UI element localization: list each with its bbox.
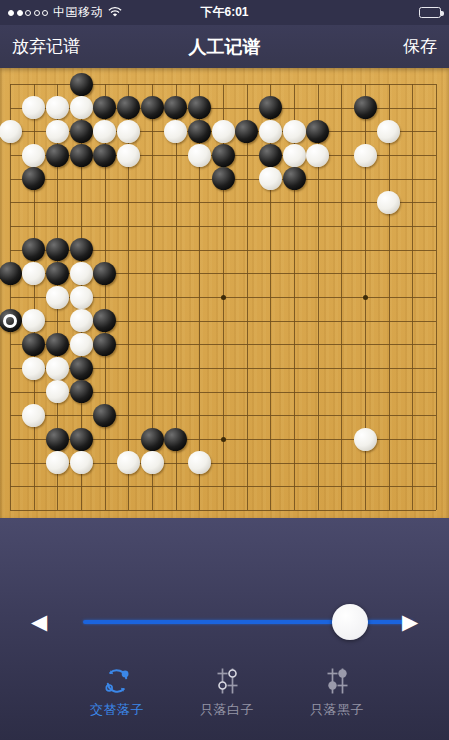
black-stone [235,120,258,143]
black-stone [22,167,45,190]
white-stone [46,120,69,143]
black-stone [46,262,69,285]
white-stone [283,120,306,143]
star-point [221,437,226,442]
white-stone [306,144,329,167]
grid-line-vertical [436,84,437,510]
white-stone [259,167,282,190]
black-stone [70,380,93,403]
white-stone [46,380,69,403]
white-stone [117,120,140,143]
black-stone [0,309,22,332]
next-move-button[interactable]: ▶ [393,600,427,644]
black-stone [70,120,93,143]
signal-strength-icon [8,10,48,16]
black-stone [70,73,93,96]
grid-line-horizontal [10,415,436,416]
white-stone [22,96,45,119]
white-stone [283,144,306,167]
white-stone [117,451,140,474]
black-stone [93,404,116,427]
move-slider-thumb[interactable] [332,604,368,640]
black-stone [212,144,235,167]
mode-black-only[interactable]: 只落黑子 [282,664,392,734]
nav-bar: 放弃记谱 人工记谱 保存 [0,25,449,68]
white-stone [46,96,69,119]
mode-black-only-label: 只落黑子 [310,701,364,719]
grid-line-horizontal [10,510,436,511]
mode-alternate-label: 交替落子 [90,701,144,719]
black-only-icon [322,666,352,696]
white-stone [354,428,377,451]
star-point [363,295,368,300]
black-stone [46,333,69,356]
black-stone [46,144,69,167]
black-stone [141,428,164,451]
black-stone [0,262,22,285]
white-stone [22,309,45,332]
bottom-panel: ◀ ▶ 交替落子 [0,518,449,740]
white-stone [93,120,116,143]
white-stone [212,120,235,143]
white-stone [22,144,45,167]
black-stone [22,333,45,356]
white-stone [46,451,69,474]
white-stone [117,144,140,167]
white-stone [354,144,377,167]
grid-line-vertical [341,84,342,510]
black-stone [188,96,211,119]
black-stone [212,167,235,190]
black-stone [283,167,306,190]
grid-line-vertical [389,84,390,510]
white-stone [70,262,93,285]
white-stone [259,120,282,143]
move-navigation-slider-row: ◀ ▶ [0,600,449,644]
white-stone [188,144,211,167]
black-stone [306,120,329,143]
mode-white-only[interactable]: 只落白子 [172,664,282,734]
discard-record-button[interactable]: 放弃记谱 [12,35,80,58]
white-stone [22,262,45,285]
black-stone [93,96,116,119]
white-stone [70,333,93,356]
black-stone [70,144,93,167]
white-stone [377,191,400,214]
black-stone [70,357,93,380]
white-stone [141,451,164,474]
save-button[interactable]: 保存 [403,35,437,58]
wifi-icon [108,7,122,18]
white-only-icon [212,666,242,696]
white-stone [46,357,69,380]
white-stone [22,357,45,380]
white-stone [70,286,93,309]
white-stone [164,120,187,143]
white-stone [0,120,22,143]
black-stone [70,428,93,451]
star-point [221,295,226,300]
white-stone [188,451,211,474]
white-stone [22,404,45,427]
black-stone [93,309,116,332]
grid-line-vertical [412,84,413,510]
black-stone [259,96,282,119]
mode-alternate-stones[interactable]: 交替落子 [62,664,172,734]
white-stone [70,451,93,474]
black-stone [93,144,116,167]
last-move-marker [3,314,17,328]
grid-line-horizontal [10,486,436,487]
black-stone [93,262,116,285]
black-stone [354,96,377,119]
carrier-label: 中国移动 [53,4,103,21]
black-stone [46,238,69,261]
black-stone [259,144,282,167]
black-stone [188,120,211,143]
placement-mode-toolbar: 交替落子 只落白子 [0,664,449,734]
battery-icon [419,7,441,18]
black-stone [141,96,164,119]
status-bar: 中国移动 下午6:01 [0,0,449,25]
white-stone [70,96,93,119]
black-stone [46,428,69,451]
black-stone [22,238,45,261]
white-stone [377,120,400,143]
grid-line-vertical [247,84,248,510]
go-board[interactable] [0,68,449,518]
white-stone [70,309,93,332]
alternate-stones-icon [102,666,132,696]
black-stone [117,96,140,119]
black-stone [70,238,93,261]
mode-white-only-label: 只落白子 [200,701,254,719]
previous-move-button[interactable]: ◀ [22,600,56,644]
black-stone [164,96,187,119]
black-stone [164,428,187,451]
black-stone [93,333,116,356]
white-stone [46,286,69,309]
